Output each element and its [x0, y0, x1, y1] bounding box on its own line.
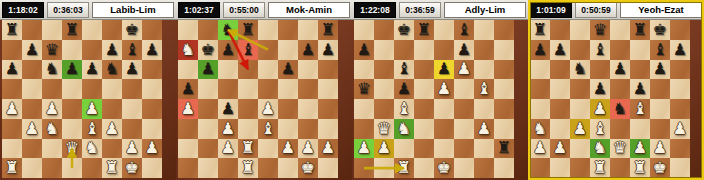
square-g7[interactable]: ♝: [122, 40, 142, 60]
black-pawn[interactable]: ♟: [102, 40, 122, 60]
black-rook[interactable]: ♜: [414, 20, 434, 40]
white-queen[interactable]: ♛: [610, 139, 630, 159]
players-nameplate[interactable]: Mok-Amin: [268, 2, 350, 18]
white-pawn[interactable]: ♟: [354, 139, 374, 159]
square-f1[interactable]: ♜: [102, 158, 122, 178]
black-king[interactable]: ♚: [122, 20, 142, 40]
square-h4[interactable]: [142, 99, 162, 119]
white-knight[interactable]: ♞: [82, 139, 102, 159]
square-h5[interactable]: [494, 79, 514, 99]
square-e6[interactable]: ♟: [434, 60, 454, 80]
square-d3[interactable]: [414, 119, 434, 139]
square-g6[interactable]: [298, 60, 318, 80]
white-rook[interactable]: ♜: [238, 139, 258, 159]
black-knight[interactable]: ♞: [610, 99, 630, 119]
square-e7[interactable]: [610, 40, 630, 60]
square-f8[interactable]: [102, 20, 122, 40]
square-f3[interactable]: [278, 119, 298, 139]
square-d8[interactable]: ♜: [414, 20, 434, 40]
square-c5[interactable]: [218, 79, 238, 99]
square-f7[interactable]: [278, 40, 298, 60]
square-b6[interactable]: [22, 60, 42, 80]
square-c5[interactable]: [570, 79, 590, 99]
square-b7[interactable]: ♟: [22, 40, 42, 60]
white-pawn[interactable]: ♟: [278, 139, 298, 159]
white-king[interactable]: ♚: [298, 158, 318, 178]
square-c3[interactable]: ♟: [218, 119, 238, 139]
square-d5[interactable]: [414, 79, 434, 99]
white-rook[interactable]: ♜: [238, 158, 258, 178]
white-pawn[interactable]: ♟: [434, 79, 454, 99]
square-b4[interactable]: [198, 99, 218, 119]
white-pawn[interactable]: ♟: [218, 139, 238, 159]
square-a5[interactable]: [2, 79, 22, 99]
square-g1[interactable]: ♚: [650, 158, 670, 178]
square-c4[interactable]: ♟: [42, 99, 62, 119]
square-d7[interactable]: [414, 40, 434, 60]
square-e3[interactable]: ♝: [258, 119, 278, 139]
white-pawn[interactable]: ♟: [2, 99, 22, 119]
square-g7[interactable]: ♟: [298, 40, 318, 60]
square-f2[interactable]: [102, 139, 122, 159]
square-b5[interactable]: [22, 79, 42, 99]
black-pawn[interactable]: ♟: [530, 40, 550, 60]
square-f6[interactable]: [630, 60, 650, 80]
square-b3[interactable]: [550, 119, 570, 139]
square-e5[interactable]: [82, 79, 102, 99]
white-knight[interactable]: ♞: [590, 139, 610, 159]
players-nameplate[interactable]: Yeoh-Ezat: [620, 2, 702, 18]
game-panel-2[interactable]: 1:02:37 0:55:00 Mok-Amin ♞♜♜♞♚♟♝♟♟♟♟♟♟♟♟…: [176, 0, 352, 180]
square-c7[interactable]: ♛: [42, 40, 62, 60]
square-f2[interactable]: ♟: [278, 139, 298, 159]
square-f7[interactable]: [630, 40, 650, 60]
square-a8[interactable]: [354, 20, 374, 40]
square-c8[interactable]: ♚: [394, 20, 414, 40]
square-f4[interactable]: ♝: [630, 99, 650, 119]
square-c1[interactable]: [570, 158, 590, 178]
black-pawn[interactable]: ♟: [670, 40, 690, 60]
square-h4[interactable]: [494, 99, 514, 119]
white-pawn[interactable]: ♟: [298, 139, 318, 159]
square-h3[interactable]: ♟: [670, 119, 690, 139]
square-a1[interactable]: ♜: [2, 158, 22, 178]
black-knight[interactable]: ♞: [102, 60, 122, 80]
square-f1[interactable]: [278, 158, 298, 178]
white-king[interactable]: ♚: [122, 158, 142, 178]
square-g8[interactable]: [298, 20, 318, 40]
white-bishop[interactable]: ♝: [630, 99, 650, 119]
square-d6[interactable]: [238, 60, 258, 80]
square-d2[interactable]: ♛: [62, 139, 82, 159]
square-e4[interactable]: [434, 99, 454, 119]
square-d4[interactable]: [62, 99, 82, 119]
black-queen[interactable]: ♛: [590, 20, 610, 40]
white-pawn[interactable]: ♟: [570, 119, 590, 139]
square-c1[interactable]: [218, 158, 238, 178]
white-king[interactable]: ♚: [434, 158, 454, 178]
game-panel-4[interactable]: 1:01:09 0:50:59 Yeoh-Ezat ♜♛♜♚♟♟♝♝♟♞♟♟♟♟…: [528, 0, 704, 180]
square-c2[interactable]: [42, 139, 62, 159]
square-b2[interactable]: ♟: [374, 139, 394, 159]
square-e1[interactable]: [258, 158, 278, 178]
square-f5[interactable]: [454, 79, 474, 99]
square-a6[interactable]: [178, 60, 198, 80]
black-knight[interactable]: ♞: [218, 20, 238, 40]
players-nameplate[interactable]: Labib-Lim: [92, 2, 174, 18]
square-e1[interactable]: [82, 158, 102, 178]
black-pawn[interactable]: ♟: [2, 60, 22, 80]
white-bishop[interactable]: ♝: [474, 79, 494, 99]
square-e5[interactable]: ♟: [434, 79, 454, 99]
square-g8[interactable]: ♚: [650, 20, 670, 40]
black-pawn[interactable]: ♟: [218, 40, 238, 60]
square-f6[interactable]: ♟: [278, 60, 298, 80]
square-h1[interactable]: [318, 158, 338, 178]
black-pawn[interactable]: ♟: [198, 60, 218, 80]
square-a4[interactable]: ♟: [2, 99, 22, 119]
square-d7[interactable]: ♝: [238, 40, 258, 60]
square-h1[interactable]: [142, 158, 162, 178]
black-bishop[interactable]: ♝: [454, 20, 474, 40]
square-h1[interactable]: [670, 158, 690, 178]
square-h8[interactable]: [670, 20, 690, 40]
square-a8[interactable]: ♜: [2, 20, 22, 40]
square-a7[interactable]: ♟: [530, 40, 550, 60]
black-rook[interactable]: ♜: [238, 20, 258, 40]
square-d5[interactable]: ♟: [590, 79, 610, 99]
square-h7[interactable]: ♟: [670, 40, 690, 60]
square-b6[interactable]: [550, 60, 570, 80]
square-c8[interactable]: [570, 20, 590, 40]
square-b8[interactable]: [374, 20, 394, 40]
square-f7[interactable]: ♟: [102, 40, 122, 60]
square-f3[interactable]: ♟: [102, 119, 122, 139]
square-h2[interactable]: [670, 139, 690, 159]
square-c4[interactable]: [570, 99, 590, 119]
square-d8[interactable]: ♜: [62, 20, 82, 40]
white-knight[interactable]: ♞: [42, 119, 62, 139]
square-e8[interactable]: [434, 20, 454, 40]
white-pawn[interactable]: ♟: [218, 119, 238, 139]
square-f4[interactable]: [278, 99, 298, 119]
square-e6[interactable]: ♟: [610, 60, 630, 80]
square-b3[interactable]: [198, 119, 218, 139]
square-g4[interactable]: [298, 99, 318, 119]
square-e4[interactable]: ♞: [610, 99, 630, 119]
black-pawn[interactable]: ♟: [650, 60, 670, 80]
square-d8[interactable]: ♛: [590, 20, 610, 40]
square-g3[interactable]: [122, 119, 142, 139]
square-f2[interactable]: [454, 139, 474, 159]
game-panel-3[interactable]: 1:22:08 0:36:59 Adly-Lim ♚♜♝♟♟♝♟♟♛♟♟♝♝♛♞…: [352, 0, 528, 180]
square-c7[interactable]: [570, 40, 590, 60]
white-queen[interactable]: ♛: [62, 139, 82, 159]
white-pawn[interactable]: ♟: [590, 99, 610, 119]
white-bishop[interactable]: ♝: [82, 119, 102, 139]
square-e2[interactable]: ♞: [82, 139, 102, 159]
square-a5[interactable]: ♟: [178, 79, 198, 99]
black-pawn[interactable]: ♟: [454, 40, 474, 60]
black-bishop[interactable]: ♝: [394, 60, 414, 80]
square-h5[interactable]: [670, 79, 690, 99]
square-c2[interactable]: [394, 139, 414, 159]
square-h6[interactable]: [670, 60, 690, 80]
square-b2[interactable]: ♟: [550, 139, 570, 159]
square-c8[interactable]: [42, 20, 62, 40]
white-bishop[interactable]: ♝: [394, 99, 414, 119]
square-b4[interactable]: [22, 99, 42, 119]
square-g1[interactable]: ♚: [122, 158, 142, 178]
square-a2[interactable]: ♟: [354, 139, 374, 159]
square-f6[interactable]: ♞: [102, 60, 122, 80]
square-a2[interactable]: [2, 139, 22, 159]
square-b2[interactable]: [198, 139, 218, 159]
square-c3[interactable]: ♞: [394, 119, 414, 139]
white-knight[interactable]: ♞: [530, 119, 550, 139]
white-pawn[interactable]: ♟: [670, 119, 690, 139]
square-h3[interactable]: [318, 119, 338, 139]
square-b3[interactable]: ♟: [22, 119, 42, 139]
square-f8[interactable]: [278, 20, 298, 40]
square-c2[interactable]: [570, 139, 590, 159]
square-g2[interactable]: ♟: [298, 139, 318, 159]
square-g3[interactable]: [650, 119, 670, 139]
black-pawn[interactable]: ♟: [22, 40, 42, 60]
black-knight[interactable]: ♞: [570, 60, 590, 80]
square-d4[interactable]: [414, 99, 434, 119]
square-d6[interactable]: [590, 60, 610, 80]
square-c7[interactable]: ♟: [218, 40, 238, 60]
square-d1[interactable]: ♜: [590, 158, 610, 178]
black-pawn[interactable]: ♟: [354, 40, 374, 60]
white-rook[interactable]: ♜: [394, 158, 414, 178]
square-g5[interactable]: [298, 79, 318, 99]
white-rook[interactable]: ♜: [630, 158, 650, 178]
square-b8[interactable]: [22, 20, 42, 40]
square-d3[interactable]: ♝: [590, 119, 610, 139]
square-g6[interactable]: ♟: [650, 60, 670, 80]
square-d1[interactable]: [62, 158, 82, 178]
square-b7[interactable]: ♚: [198, 40, 218, 60]
square-e1[interactable]: ♚: [434, 158, 454, 178]
square-b6[interactable]: [374, 60, 394, 80]
square-g3[interactable]: ♟: [474, 119, 494, 139]
square-h6[interactable]: [142, 60, 162, 80]
square-g7[interactable]: [474, 40, 494, 60]
white-knight[interactable]: ♞: [394, 119, 414, 139]
square-b7[interactable]: ♟: [550, 40, 570, 60]
square-b6[interactable]: ♟: [198, 60, 218, 80]
square-h7[interactable]: ♟: [142, 40, 162, 60]
square-a5[interactable]: ♛: [354, 79, 374, 99]
square-g2[interactable]: ♟: [650, 139, 670, 159]
square-f1[interactable]: ♜: [630, 158, 650, 178]
white-pawn[interactable]: ♟: [650, 139, 670, 159]
black-king[interactable]: ♚: [650, 20, 670, 40]
square-a3[interactable]: [178, 119, 198, 139]
white-pawn[interactable]: ♟: [630, 139, 650, 159]
square-c8[interactable]: ♞: [218, 20, 238, 40]
square-f5[interactable]: [278, 79, 298, 99]
black-pawn[interactable]: ♟: [278, 60, 298, 80]
black-queen[interactable]: ♛: [354, 79, 374, 99]
white-pawn[interactable]: ♟: [102, 119, 122, 139]
white-pawn[interactable]: ♟: [22, 119, 42, 139]
black-pawn[interactable]: ♟: [434, 60, 454, 80]
square-c5[interactable]: ♟: [394, 79, 414, 99]
square-d2[interactable]: [414, 139, 434, 159]
square-h1[interactable]: [494, 158, 514, 178]
square-c6[interactable]: ♞: [42, 60, 62, 80]
black-king[interactable]: ♚: [198, 40, 218, 60]
square-b4[interactable]: [550, 99, 570, 119]
square-b5[interactable]: [198, 79, 218, 99]
square-d3[interactable]: [62, 119, 82, 139]
square-f2[interactable]: ♟: [630, 139, 650, 159]
square-d4[interactable]: ♟: [590, 99, 610, 119]
square-d5[interactable]: [62, 79, 82, 99]
square-b1[interactable]: [550, 158, 570, 178]
square-e3[interactable]: ♝: [82, 119, 102, 139]
square-e2[interactable]: ♛: [610, 139, 630, 159]
square-c1[interactable]: [42, 158, 62, 178]
black-rook[interactable]: ♜: [62, 20, 82, 40]
black-bishop[interactable]: ♝: [122, 40, 142, 60]
white-bishop[interactable]: ♝: [590, 119, 610, 139]
square-c4[interactable]: ♟: [218, 99, 238, 119]
square-h6[interactable]: [494, 60, 514, 80]
square-b1[interactable]: [22, 158, 42, 178]
square-a7[interactable]: ♞: [178, 40, 198, 60]
square-b5[interactable]: [374, 79, 394, 99]
black-pawn[interactable]: ♟: [318, 40, 338, 60]
white-bishop[interactable]: ♝: [258, 119, 278, 139]
square-h3[interactable]: [142, 119, 162, 139]
square-a4[interactable]: ♟: [178, 99, 198, 119]
white-pawn[interactable]: ♟: [454, 60, 474, 80]
black-rook[interactable]: ♜: [530, 20, 550, 40]
square-f4[interactable]: [102, 99, 122, 119]
square-g5[interactable]: [650, 79, 670, 99]
square-a1[interactable]: [530, 158, 550, 178]
square-h5[interactable]: [318, 79, 338, 99]
square-h8[interactable]: [494, 20, 514, 40]
square-f8[interactable]: ♝: [454, 20, 474, 40]
square-e5[interactable]: [610, 79, 630, 99]
square-f5[interactable]: ♟: [630, 79, 650, 99]
white-pawn[interactable]: ♟: [42, 99, 62, 119]
black-pawn[interactable]: ♟: [122, 60, 142, 80]
square-g1[interactable]: ♚: [298, 158, 318, 178]
black-rook[interactable]: ♜: [2, 20, 22, 40]
black-pawn[interactable]: ♟: [142, 40, 162, 60]
white-pawn[interactable]: ♟: [82, 99, 102, 119]
square-d2[interactable]: ♜: [238, 139, 258, 159]
square-f6[interactable]: ♟: [454, 60, 474, 80]
square-g2[interactable]: [474, 139, 494, 159]
square-f7[interactable]: ♟: [454, 40, 474, 60]
square-a2[interactable]: [178, 139, 198, 159]
white-rook[interactable]: ♜: [2, 158, 22, 178]
square-e4[interactable]: ♟: [82, 99, 102, 119]
square-b5[interactable]: [550, 79, 570, 99]
square-d1[interactable]: [414, 158, 434, 178]
white-rook[interactable]: ♜: [102, 158, 122, 178]
white-king[interactable]: ♚: [650, 158, 670, 178]
square-b3[interactable]: ♛: [374, 119, 394, 139]
black-pawn[interactable]: ♟: [630, 79, 650, 99]
square-e7[interactable]: [258, 40, 278, 60]
square-d4[interactable]: [238, 99, 258, 119]
square-e8[interactable]: [610, 20, 630, 40]
square-h2[interactable]: ♜: [494, 139, 514, 159]
square-a6[interactable]: [354, 60, 374, 80]
black-pawn[interactable]: ♟: [298, 40, 318, 60]
black-pawn[interactable]: ♟: [62, 60, 82, 80]
square-d6[interactable]: [414, 60, 434, 80]
square-g4[interactable]: [122, 99, 142, 119]
square-h4[interactable]: [670, 99, 690, 119]
square-d7[interactable]: [62, 40, 82, 60]
square-b1[interactable]: [374, 158, 394, 178]
square-a8[interactable]: ♜: [530, 20, 550, 40]
square-h5[interactable]: [142, 79, 162, 99]
square-g4[interactable]: [474, 99, 494, 119]
black-queen[interactable]: ♛: [42, 40, 62, 60]
square-a3[interactable]: [354, 119, 374, 139]
square-d8[interactable]: ♜: [238, 20, 258, 40]
square-h2[interactable]: ♟: [142, 139, 162, 159]
square-a7[interactable]: [2, 40, 22, 60]
square-e2[interactable]: [258, 139, 278, 159]
square-e3[interactable]: [434, 119, 454, 139]
white-pawn[interactable]: ♟: [550, 139, 570, 159]
square-f5[interactable]: [102, 79, 122, 99]
white-pawn[interactable]: ♟: [318, 139, 338, 159]
square-e8[interactable]: [258, 20, 278, 40]
square-e8[interactable]: [82, 20, 102, 40]
square-a4[interactable]: [530, 99, 550, 119]
black-bishop[interactable]: ♝: [238, 40, 258, 60]
square-f8[interactable]: ♜: [630, 20, 650, 40]
square-a1[interactable]: [354, 158, 374, 178]
black-pawn[interactable]: ♟: [590, 79, 610, 99]
square-a3[interactable]: [2, 119, 22, 139]
square-d1[interactable]: ♜: [238, 158, 258, 178]
square-g5[interactable]: [122, 79, 142, 99]
square-a3[interactable]: ♞: [530, 119, 550, 139]
white-queen[interactable]: ♛: [374, 119, 394, 139]
square-g6[interactable]: ♟: [122, 60, 142, 80]
square-e2[interactable]: [434, 139, 454, 159]
square-g8[interactable]: ♚: [122, 20, 142, 40]
square-d7[interactable]: ♝: [590, 40, 610, 60]
square-c6[interactable]: ♞: [570, 60, 590, 80]
square-f1[interactable]: [454, 158, 474, 178]
players-nameplate[interactable]: Adly-Lim: [444, 2, 526, 18]
square-b2[interactable]: [22, 139, 42, 159]
square-b8[interactable]: [550, 20, 570, 40]
white-knight[interactable]: ♞: [178, 40, 198, 60]
square-g5[interactable]: ♝: [474, 79, 494, 99]
white-pawn[interactable]: ♟: [122, 139, 142, 159]
square-e6[interactable]: ♟: [82, 60, 102, 80]
square-b7[interactable]: [374, 40, 394, 60]
square-g3[interactable]: [298, 119, 318, 139]
square-c7[interactable]: [394, 40, 414, 60]
square-d3[interactable]: [238, 119, 258, 139]
